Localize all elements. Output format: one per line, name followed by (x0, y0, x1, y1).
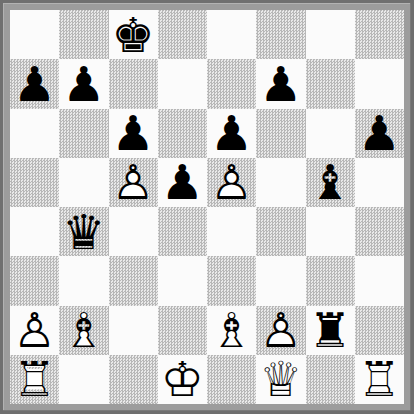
square-e2[interactable]: ♝♗ (207, 306, 256, 355)
square-a1[interactable]: ♜♖ (10, 355, 59, 404)
white-pawn: ♟♙ (259, 306, 302, 354)
square-h7[interactable] (355, 59, 404, 108)
white-queen: ♛♕ (259, 355, 302, 403)
square-a5[interactable] (10, 158, 59, 207)
square-h1[interactable]: ♜♖ (355, 355, 404, 404)
square-d2[interactable] (158, 306, 207, 355)
square-c3[interactable] (109, 256, 158, 305)
square-b5[interactable] (59, 158, 108, 207)
square-e1[interactable] (207, 355, 256, 404)
square-h5[interactable] (355, 158, 404, 207)
square-e7[interactable] (207, 59, 256, 108)
square-g8[interactable] (306, 10, 355, 59)
square-g6[interactable] (306, 109, 355, 158)
square-h4[interactable] (355, 207, 404, 256)
square-c1[interactable] (109, 355, 158, 404)
square-e6[interactable]: ♟ (207, 109, 256, 158)
black-queen: ♛ (62, 208, 105, 256)
square-g2[interactable]: ♜ (306, 306, 355, 355)
square-a7[interactable]: ♟ (10, 59, 59, 108)
square-b2[interactable]: ♝♗ (59, 306, 108, 355)
square-a4[interactable] (10, 207, 59, 256)
square-h3[interactable] (355, 256, 404, 305)
white-pawn: ♟♙ (112, 158, 155, 206)
white-pawn: ♟♙ (13, 306, 56, 354)
white-bishop: ♝♗ (62, 306, 105, 354)
black-king: ♚ (112, 11, 155, 59)
square-f3[interactable] (256, 256, 305, 305)
black-pawn: ♟ (112, 109, 155, 157)
white-rook: ♜♖ (13, 355, 56, 403)
black-pawn: ♟ (259, 60, 302, 108)
square-a2[interactable]: ♟♙ (10, 306, 59, 355)
square-e4[interactable] (207, 207, 256, 256)
square-f5[interactable] (256, 158, 305, 207)
square-e8[interactable] (207, 10, 256, 59)
square-c8[interactable]: ♚ (109, 10, 158, 59)
square-a8[interactable] (10, 10, 59, 59)
square-d4[interactable] (158, 207, 207, 256)
square-c5[interactable]: ♟♙ (109, 158, 158, 207)
square-b1[interactable] (59, 355, 108, 404)
square-e5[interactable]: ♟♙ (207, 158, 256, 207)
square-f7[interactable]: ♟ (256, 59, 305, 108)
white-rook: ♜♖ (358, 355, 401, 403)
square-b7[interactable]: ♟ (59, 59, 108, 108)
square-f2[interactable]: ♟♙ (256, 306, 305, 355)
square-d8[interactable] (158, 10, 207, 59)
square-c4[interactable] (109, 207, 158, 256)
square-f6[interactable] (256, 109, 305, 158)
black-pawn: ♟ (210, 109, 253, 157)
square-h8[interactable] (355, 10, 404, 59)
square-a6[interactable] (10, 109, 59, 158)
square-f4[interactable] (256, 207, 305, 256)
square-b3[interactable] (59, 256, 108, 305)
square-f8[interactable] (256, 10, 305, 59)
square-g5[interactable]: ♝ (306, 158, 355, 207)
square-g4[interactable] (306, 207, 355, 256)
black-pawn: ♟ (161, 158, 204, 206)
square-a3[interactable] (10, 256, 59, 305)
square-c6[interactable]: ♟ (109, 109, 158, 158)
square-c2[interactable] (109, 306, 158, 355)
square-d7[interactable] (158, 59, 207, 108)
black-bishop: ♝ (309, 158, 352, 206)
square-d3[interactable] (158, 256, 207, 305)
square-g3[interactable] (306, 256, 355, 305)
square-h2[interactable] (355, 306, 404, 355)
square-h6[interactable]: ♟ (355, 109, 404, 158)
square-e3[interactable] (207, 256, 256, 305)
white-bishop: ♝♗ (210, 306, 253, 354)
white-pawn: ♟♙ (210, 158, 253, 206)
square-d6[interactable] (158, 109, 207, 158)
square-d5[interactable]: ♟ (158, 158, 207, 207)
black-pawn: ♟ (62, 60, 105, 108)
square-b8[interactable] (59, 10, 108, 59)
square-f1[interactable]: ♛♕ (256, 355, 305, 404)
square-b4[interactable]: ♛ (59, 207, 108, 256)
chess-board-frame: ♚♟♟♟♟♟♟♟♙♟♟♙♝♛♟♙♝♗♝♗♟♙♜♜♖♚♔♛♕♜♖ (0, 0, 414, 414)
black-pawn: ♟ (13, 60, 56, 108)
black-pawn: ♟ (358, 109, 401, 157)
chess-board: ♚♟♟♟♟♟♟♟♙♟♟♙♝♛♟♙♝♗♝♗♟♙♜♜♖♚♔♛♕♜♖ (10, 10, 404, 404)
white-king: ♚♔ (161, 355, 204, 403)
square-b6[interactable] (59, 109, 108, 158)
square-c7[interactable] (109, 59, 158, 108)
black-rook: ♜ (309, 306, 352, 354)
square-g7[interactable] (306, 59, 355, 108)
square-d1[interactable]: ♚♔ (158, 355, 207, 404)
square-g1[interactable] (306, 355, 355, 404)
